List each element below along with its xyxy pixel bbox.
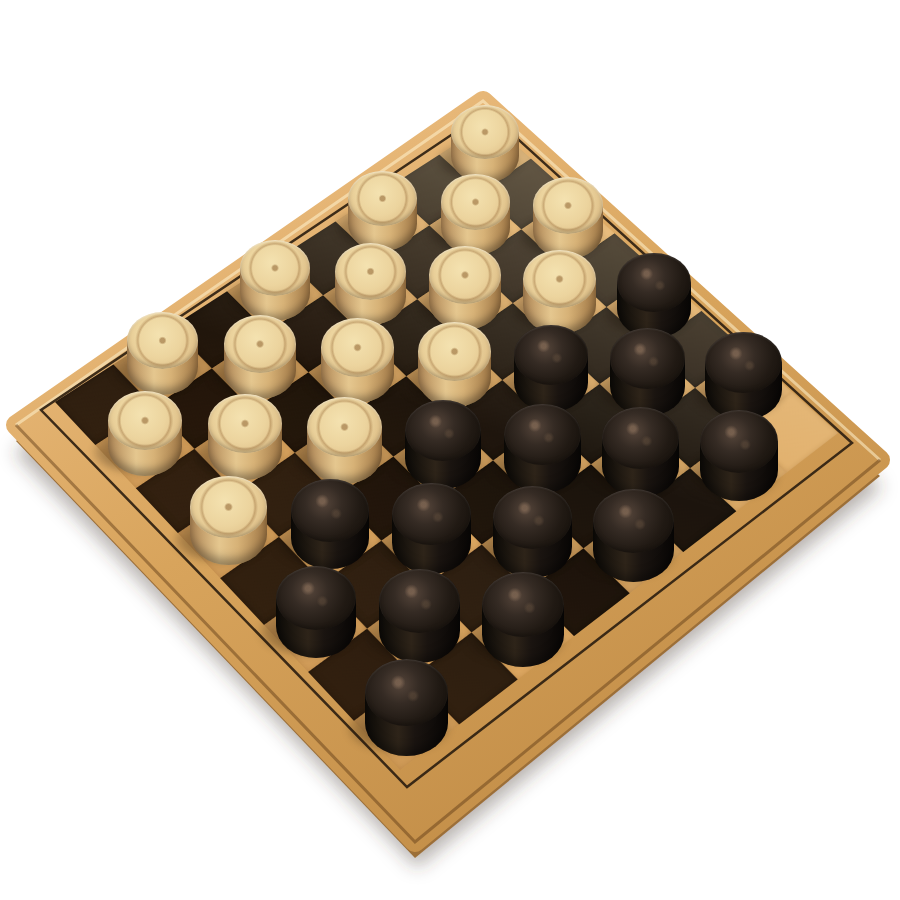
checkers-product-photo [0, 0, 900, 900]
